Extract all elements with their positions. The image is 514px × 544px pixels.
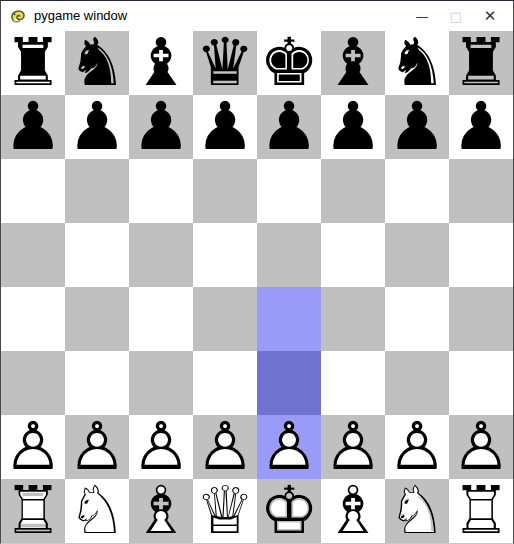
piece-white-pawn: ♟♙ [195, 415, 254, 479]
square-b8[interactable]: ♞ [65, 31, 129, 95]
square-b5[interactable] [65, 223, 129, 287]
square-f6[interactable] [321, 159, 385, 223]
square-e8[interactable]: ♚ [257, 31, 321, 95]
piece-white-bishop: ♝♗ [131, 479, 190, 543]
square-g1[interactable]: ♞♘ [385, 479, 449, 543]
square-f7[interactable]: ♟ [321, 95, 385, 159]
square-f5[interactable] [321, 223, 385, 287]
square-b3[interactable] [65, 351, 129, 415]
piece-black-pawn: ♟ [323, 95, 382, 159]
square-d8[interactable]: ♛ [193, 31, 257, 95]
piece-white-rook: ♜♖ [451, 479, 510, 543]
piece-white-king: ♚♔ [259, 479, 318, 543]
square-b7[interactable]: ♟ [65, 95, 129, 159]
piece-white-knight: ♞♘ [67, 479, 126, 543]
square-d3[interactable] [193, 351, 257, 415]
piece-black-rook: ♜ [451, 31, 510, 95]
square-a6[interactable] [1, 159, 65, 223]
square-d1[interactable]: ♛♕ [193, 479, 257, 543]
piece-white-pawn: ♟♙ [387, 415, 446, 479]
square-d6[interactable] [193, 159, 257, 223]
piece-black-queen: ♛ [195, 31, 254, 95]
square-f4[interactable] [321, 287, 385, 351]
square-d5[interactable] [193, 223, 257, 287]
piece-white-bishop: ♝♗ [323, 479, 382, 543]
square-c1[interactable]: ♝♗ [129, 479, 193, 543]
square-a5[interactable] [1, 223, 65, 287]
square-g6[interactable] [385, 159, 449, 223]
square-f8[interactable]: ♝ [321, 31, 385, 95]
square-h8[interactable]: ♜ [449, 31, 513, 95]
piece-black-pawn: ♟ [259, 95, 318, 159]
piece-white-pawn: ♟♙ [3, 415, 62, 479]
square-a2[interactable]: ♟♙ [1, 415, 65, 479]
piece-black-bishop: ♝ [131, 31, 190, 95]
square-g3[interactable] [385, 351, 449, 415]
piece-white-pawn: ♟♙ [451, 415, 510, 479]
piece-black-king: ♚ [259, 31, 318, 95]
piece-white-pawn: ♟♙ [131, 415, 190, 479]
square-d7[interactable]: ♟ [193, 95, 257, 159]
piece-white-pawn: ♟♙ [67, 415, 126, 479]
square-e6[interactable] [257, 159, 321, 223]
piece-black-rook: ♜ [3, 31, 62, 95]
square-h4[interactable] [449, 287, 513, 351]
chess-board: ♜♞♝♛♚♝♞♜♟♟♟♟♟♟♟♟♟♙♟♙♟♙♟♙♟♙♟♙♟♙♟♙♜♖♞♘♝♗♛♕… [1, 31, 513, 543]
piece-white-pawn: ♟♙ [259, 415, 318, 479]
square-h1[interactable]: ♜♖ [449, 479, 513, 543]
square-e3[interactable] [257, 351, 321, 415]
square-h7[interactable]: ♟ [449, 95, 513, 159]
square-g4[interactable] [385, 287, 449, 351]
square-c8[interactable]: ♝ [129, 31, 193, 95]
square-f2[interactable]: ♟♙ [321, 415, 385, 479]
piece-black-knight: ♞ [387, 31, 446, 95]
square-g5[interactable] [385, 223, 449, 287]
piece-black-pawn: ♟ [3, 95, 62, 159]
square-f1[interactable]: ♝♗ [321, 479, 385, 543]
square-g2[interactable]: ♟♙ [385, 415, 449, 479]
piece-black-pawn: ♟ [67, 95, 126, 159]
square-h3[interactable] [449, 351, 513, 415]
square-d4[interactable] [193, 287, 257, 351]
square-h6[interactable] [449, 159, 513, 223]
piece-white-queen: ♛♕ [195, 479, 254, 543]
piece-black-pawn: ♟ [451, 95, 510, 159]
square-a8[interactable]: ♜ [1, 31, 65, 95]
square-a3[interactable] [1, 351, 65, 415]
piece-white-knight: ♞♘ [387, 479, 446, 543]
square-c2[interactable]: ♟♙ [129, 415, 193, 479]
square-e4[interactable] [257, 287, 321, 351]
square-g8[interactable]: ♞ [385, 31, 449, 95]
square-e5[interactable] [257, 223, 321, 287]
piece-white-rook: ♜♖ [3, 479, 62, 543]
square-c6[interactable] [129, 159, 193, 223]
pygame-icon [9, 7, 27, 25]
square-a4[interactable] [1, 287, 65, 351]
piece-black-pawn: ♟ [131, 95, 190, 159]
square-g7[interactable]: ♟ [385, 95, 449, 159]
square-b1[interactable]: ♞♘ [65, 479, 129, 543]
square-a7[interactable]: ♟ [1, 95, 65, 159]
square-h5[interactable] [449, 223, 513, 287]
square-a1[interactable]: ♜♖ [1, 479, 65, 543]
square-c7[interactable]: ♟ [129, 95, 193, 159]
square-e1[interactable]: ♚♔ [257, 479, 321, 543]
pygame-window: pygame window — □ ✕ ♜♞♝♛♚♝♞♜♟♟♟♟♟♟♟♟♟♙♟♙… [0, 0, 514, 544]
piece-black-knight: ♞ [67, 31, 126, 95]
piece-white-pawn: ♟♙ [323, 415, 382, 479]
square-c5[interactable] [129, 223, 193, 287]
piece-black-pawn: ♟ [387, 95, 446, 159]
square-b2[interactable]: ♟♙ [65, 415, 129, 479]
piece-black-pawn: ♟ [195, 95, 254, 159]
square-e7[interactable]: ♟ [257, 95, 321, 159]
square-d2[interactable]: ♟♙ [193, 415, 257, 479]
square-h2[interactable]: ♟♙ [449, 415, 513, 479]
square-b4[interactable] [65, 287, 129, 351]
piece-black-bishop: ♝ [323, 31, 382, 95]
square-b6[interactable] [65, 159, 129, 223]
square-c4[interactable] [129, 287, 193, 351]
square-f3[interactable] [321, 351, 385, 415]
square-c3[interactable] [129, 351, 193, 415]
square-e2[interactable]: ♟♙ [257, 415, 321, 479]
